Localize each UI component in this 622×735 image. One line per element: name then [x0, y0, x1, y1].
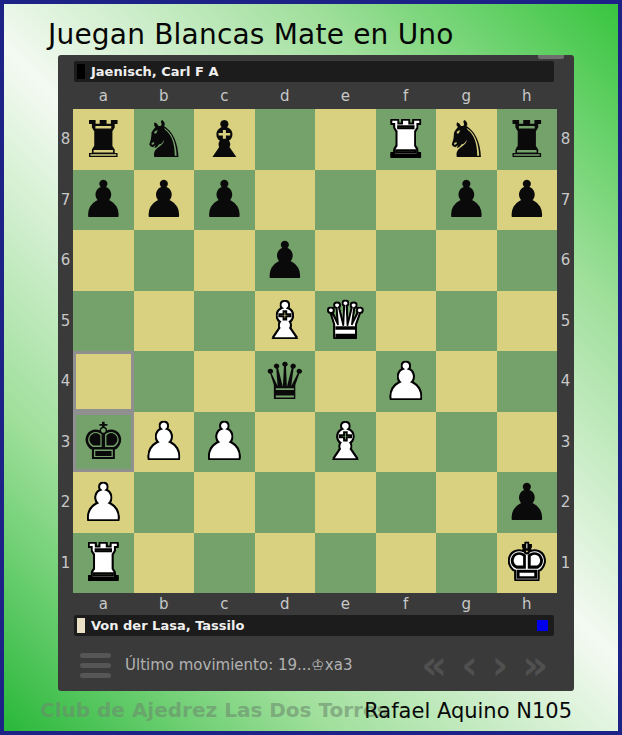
rank-label-5: 5	[557, 291, 574, 352]
square-d4[interactable]: ♛	[255, 351, 316, 412]
square-e8[interactable]	[315, 109, 376, 170]
square-h6[interactable]	[497, 230, 558, 291]
file-label-c: c	[194, 594, 255, 614]
square-c1[interactable]	[194, 533, 255, 594]
square-g6[interactable]	[436, 230, 497, 291]
piece-white-rook[interactable]: ♜	[383, 114, 429, 165]
square-g3[interactable]	[436, 412, 497, 473]
last-move-button[interactable]: »	[520, 645, 550, 685]
piece-black-knight[interactable]: ♞	[141, 114, 187, 165]
file-label-h: h	[497, 86, 558, 106]
file-label-c: c	[194, 86, 255, 106]
black-color-indicator	[77, 64, 85, 79]
club-watermark: Club de Ajedrez Las Dos Torres	[40, 698, 388, 722]
square-h8[interactable]: ♜	[497, 109, 558, 170]
file-label-g: g	[436, 594, 497, 614]
piece-white-queen[interactable]: ♛	[322, 295, 368, 346]
square-c4[interactable]	[194, 351, 255, 412]
square-h1[interactable]: ♚	[497, 533, 558, 594]
file-label-b: b	[134, 86, 195, 106]
square-f1[interactable]	[376, 533, 437, 594]
square-g4[interactable]	[436, 351, 497, 412]
square-e3[interactable]: ♝	[315, 412, 376, 473]
rank-label-2: 2	[557, 472, 574, 533]
next-move-button[interactable]: ›	[490, 645, 510, 685]
square-f2[interactable]	[376, 472, 437, 533]
square-f5[interactable]	[376, 291, 437, 352]
prev-move-button[interactable]: ‹	[459, 645, 479, 685]
rank-label-6: 6	[557, 230, 574, 291]
square-a6[interactable]	[73, 230, 134, 291]
square-b1[interactable]	[134, 533, 195, 594]
rank-label-3: 3	[557, 412, 574, 473]
square-f8[interactable]: ♜	[376, 109, 437, 170]
file-labels-bottom: abcdefgh	[73, 594, 557, 614]
square-d6[interactable]: ♟	[255, 230, 316, 291]
white-player-bar: Von der Lasa, Tassilo	[74, 615, 554, 636]
square-c2[interactable]	[194, 472, 255, 533]
file-label-g: g	[436, 86, 497, 106]
square-f6[interactable]	[376, 230, 437, 291]
chess-widget-panel: Jaenisch, Carl F A abcdefgh 87654321 876…	[58, 55, 574, 691]
move-controls-bar: Último movimiento: 19...♔xa3 « ‹ › »	[74, 644, 558, 686]
first-move-button[interactable]: «	[419, 645, 449, 685]
square-c7[interactable]: ♟	[194, 170, 255, 231]
square-h5[interactable]	[497, 291, 558, 352]
piece-white-pawn[interactable]: ♟	[383, 356, 429, 407]
square-e7[interactable]	[315, 170, 376, 231]
square-f3[interactable]	[376, 412, 437, 473]
square-a5[interactable]	[73, 291, 134, 352]
rank-label-1: 1	[557, 533, 574, 594]
menu-icon[interactable]	[80, 653, 111, 678]
square-b3[interactable]: ♟	[134, 412, 195, 473]
page-title: Juegan Blancas Mate en Uno	[48, 18, 454, 51]
file-label-a: a	[73, 86, 134, 106]
file-label-b: b	[134, 594, 195, 614]
piece-white-king[interactable]: ♚	[504, 537, 550, 588]
rank-label-8: 8	[557, 109, 574, 170]
rank-label-7: 7	[58, 170, 73, 231]
rank-labels-left: 87654321	[58, 109, 73, 593]
app-window: Juegan Blancas Mate en Uno Jaenisch, Car…	[0, 0, 622, 735]
piece-white-pawn[interactable]: ♟	[201, 416, 247, 467]
square-a4[interactable]	[73, 351, 134, 412]
file-label-e: e	[315, 594, 376, 614]
piece-white-rook[interactable]: ♜	[80, 537, 126, 588]
square-e5[interactable]: ♛	[315, 291, 376, 352]
square-h3[interactable]	[497, 412, 558, 473]
square-g7[interactable]: ♟	[436, 170, 497, 231]
square-b5[interactable]	[134, 291, 195, 352]
piece-black-pawn[interactable]: ♟	[504, 477, 550, 528]
square-a7[interactable]: ♟	[73, 170, 134, 231]
black-player-name: Jaenisch, Carl F A	[91, 64, 218, 79]
square-b7[interactable]: ♟	[134, 170, 195, 231]
square-c8[interactable]: ♝	[194, 109, 255, 170]
rank-label-6: 6	[58, 230, 73, 291]
piece-black-rook[interactable]: ♜	[80, 114, 126, 165]
rank-label-2: 2	[58, 472, 73, 533]
piece-black-pawn[interactable]: ♟	[443, 174, 489, 225]
square-h2[interactable]: ♟	[497, 472, 558, 533]
rank-label-7: 7	[557, 170, 574, 231]
piece-white-bishop[interactable]: ♝	[262, 295, 308, 346]
square-a2[interactable]: ♟	[73, 472, 134, 533]
file-label-e: e	[315, 86, 376, 106]
turn-marker	[537, 620, 548, 631]
file-label-h: h	[497, 594, 558, 614]
piece-black-bishop[interactable]: ♝	[201, 114, 247, 165]
square-f7[interactable]	[376, 170, 437, 231]
square-g2[interactable]	[436, 472, 497, 533]
square-f4[interactable]: ♟	[376, 351, 437, 412]
square-h7[interactable]: ♟	[497, 170, 558, 231]
rank-label-8: 8	[58, 109, 73, 170]
square-c5[interactable]	[194, 291, 255, 352]
file-label-a: a	[73, 594, 134, 614]
black-player-bar: Jaenisch, Carl F A	[74, 61, 554, 82]
piece-white-bishop[interactable]: ♝	[322, 416, 368, 467]
square-a1[interactable]: ♜	[73, 533, 134, 594]
square-d7[interactable]	[255, 170, 316, 231]
square-b6[interactable]	[134, 230, 195, 291]
square-b2[interactable]	[134, 472, 195, 533]
piece-black-rook[interactable]: ♜	[504, 114, 550, 165]
piece-black-queen[interactable]: ♛	[262, 356, 308, 407]
piece-black-knight[interactable]: ♞	[443, 114, 489, 165]
square-c6[interactable]	[194, 230, 255, 291]
author-credit: Rafael Aquino N105	[364, 699, 572, 723]
square-a3[interactable]: ♚	[73, 412, 134, 473]
square-d3[interactable]	[255, 412, 316, 473]
piece-black-pawn[interactable]: ♟	[504, 174, 550, 225]
file-label-d: d	[255, 86, 316, 106]
rank-label-3: 3	[58, 412, 73, 473]
piece-black-pawn[interactable]: ♟	[141, 174, 187, 225]
white-color-indicator	[77, 618, 85, 633]
chess-board[interactable]: ♜♞♝♜♞♜♟♟♟♟♟♟♝♛♛♟♚♟♟♝♟♟♜♚	[73, 109, 557, 593]
rank-labels-right: 87654321	[557, 109, 574, 593]
last-move-text: Último movimiento: 19...♔xa3	[125, 656, 352, 674]
rank-label-4: 4	[557, 351, 574, 412]
square-d5[interactable]: ♝	[255, 291, 316, 352]
square-e4[interactable]	[315, 351, 376, 412]
nav-button-group: « ‹ › »	[419, 645, 558, 685]
rank-label-4: 4	[58, 351, 73, 412]
square-e1[interactable]	[315, 533, 376, 594]
piece-black-pawn[interactable]: ♟	[201, 174, 247, 225]
square-d8[interactable]	[255, 109, 316, 170]
square-e2[interactable]	[315, 472, 376, 533]
piece-white-pawn[interactable]: ♟	[80, 477, 126, 528]
square-g1[interactable]	[436, 533, 497, 594]
panel-handle[interactable]	[538, 55, 564, 59]
square-b4[interactable]	[134, 351, 195, 412]
piece-black-king[interactable]: ♚	[80, 416, 126, 467]
piece-black-pawn[interactable]: ♟	[262, 235, 308, 286]
square-d1[interactable]	[255, 533, 316, 594]
square-e6[interactable]	[315, 230, 376, 291]
file-label-f: f	[376, 86, 437, 106]
piece-black-pawn[interactable]: ♟	[80, 174, 126, 225]
white-player-name: Von der Lasa, Tassilo	[91, 618, 244, 633]
square-g8[interactable]: ♞	[436, 109, 497, 170]
square-c3[interactable]: ♟	[194, 412, 255, 473]
square-g5[interactable]	[436, 291, 497, 352]
square-b8[interactable]: ♞	[134, 109, 195, 170]
rank-label-5: 5	[58, 291, 73, 352]
piece-white-pawn[interactable]: ♟	[141, 416, 187, 467]
rank-label-1: 1	[58, 533, 73, 594]
file-label-d: d	[255, 594, 316, 614]
square-d2[interactable]	[255, 472, 316, 533]
file-labels-top: abcdefgh	[73, 86, 557, 106]
square-a8[interactable]: ♜	[73, 109, 134, 170]
file-label-f: f	[376, 594, 437, 614]
square-h4[interactable]	[497, 351, 558, 412]
